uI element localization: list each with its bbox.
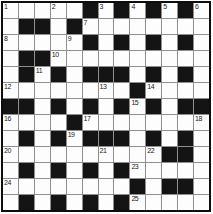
grid-cell[interactable] [130, 19, 145, 34]
black-cell [130, 179, 145, 194]
grid-cell[interactable]: 21 [99, 147, 114, 162]
grid-cell[interactable] [67, 99, 82, 114]
grid-cell[interactable] [162, 195, 177, 210]
grid-cell[interactable]: 22 [146, 147, 161, 162]
black-cell [19, 99, 34, 114]
grid-cell[interactable] [162, 131, 177, 146]
grid-cell[interactable] [114, 179, 129, 194]
grid-cell[interactable] [99, 195, 114, 210]
grid-cell[interactable] [35, 147, 50, 162]
grid-cell[interactable] [99, 35, 114, 50]
clue-number: 22 [147, 147, 154, 155]
grid-cell[interactable]: 1 [3, 3, 18, 18]
black-cell [19, 67, 34, 82]
grid-cell[interactable]: 23 [130, 163, 145, 178]
black-cell [99, 67, 114, 82]
clue-number: 19 [68, 131, 75, 139]
grid-cell[interactable] [35, 179, 50, 194]
clue-number: 14 [147, 83, 154, 91]
black-cell [51, 195, 66, 210]
black-cell [146, 35, 161, 50]
grid-cell[interactable] [114, 83, 129, 98]
clue-number: 23 [131, 163, 138, 171]
black-cell [51, 67, 66, 82]
black-cell [19, 19, 34, 34]
black-cell [114, 131, 129, 146]
grid-cell[interactable] [194, 51, 209, 66]
grid-cell[interactable] [114, 115, 129, 130]
grid-cell[interactable] [178, 51, 193, 66]
grid-cell[interactable] [19, 179, 34, 194]
grid-cell[interactable]: 24 [3, 179, 18, 194]
grid-cell[interactable]: 25 [130, 195, 145, 210]
grid-cell[interactable]: 3 [99, 3, 114, 18]
grid-cell[interactable] [51, 179, 66, 194]
grid-cell[interactable] [194, 67, 209, 82]
black-cell [114, 67, 129, 82]
black-cell [114, 3, 129, 18]
clue-number: 6 [195, 3, 198, 11]
black-cell [51, 131, 66, 146]
black-cell [83, 131, 98, 146]
grid-cell[interactable] [67, 67, 82, 82]
clue-number: 4 [131, 3, 134, 11]
grid-cell[interactable]: 20 [3, 147, 18, 162]
grid-cell[interactable] [146, 51, 161, 66]
grid-cell[interactable]: 12 [3, 83, 18, 98]
grid-cell[interactable] [194, 83, 209, 98]
grid-cell[interactable]: 2 [51, 3, 66, 18]
clue-number: 18 [195, 115, 202, 123]
grid-cell[interactable] [130, 51, 145, 66]
grid-cell[interactable] [3, 195, 18, 210]
black-cell [83, 195, 98, 210]
grid-cell[interactable] [99, 19, 114, 34]
grid-cell[interactable] [83, 83, 98, 98]
grid-cell[interactable] [35, 99, 50, 114]
grid-cell[interactable] [162, 115, 177, 130]
grid-cell[interactable] [67, 195, 82, 210]
grid-cell[interactable] [178, 83, 193, 98]
grid-cell[interactable]: 4 [130, 3, 145, 18]
grid-cell[interactable] [51, 83, 66, 98]
grid-cell[interactable] [130, 115, 145, 130]
black-cell [114, 35, 129, 50]
black-cell [67, 115, 82, 130]
grid-cell[interactable] [19, 147, 34, 162]
black-cell [146, 99, 161, 114]
grid-cell[interactable] [19, 3, 34, 18]
clue-number: 13 [100, 83, 107, 91]
black-cell [83, 3, 98, 18]
grid-cell[interactable] [67, 83, 82, 98]
grid-cell[interactable] [67, 147, 82, 162]
grid-cell[interactable] [3, 163, 18, 178]
black-cell [83, 163, 98, 178]
grid-cell[interactable] [130, 67, 145, 82]
black-cell [99, 131, 114, 146]
grid-cell[interactable]: 13 [99, 83, 114, 98]
grid-cell[interactable] [83, 147, 98, 162]
grid-cell[interactable]: 15 [130, 99, 145, 114]
clue-number: 7 [84, 19, 87, 27]
black-cell [178, 3, 193, 18]
grid-cell[interactable] [194, 19, 209, 34]
grid-cell[interactable] [194, 147, 209, 162]
clue-number: 21 [100, 147, 107, 155]
grid-cell[interactable] [178, 195, 193, 210]
grid-cell[interactable] [162, 51, 177, 66]
grid-cell[interactable] [130, 131, 145, 146]
grid-cell[interactable]: 10 [51, 51, 66, 66]
grid-cell[interactable] [114, 51, 129, 66]
black-cell [162, 179, 177, 194]
grid-cell[interactable] [51, 19, 66, 34]
grid-cell[interactable] [194, 179, 209, 194]
grid-cell[interactable]: 16 [3, 115, 18, 130]
grid-cell[interactable]: 19 [67, 131, 82, 146]
grid-cell[interactable] [35, 35, 50, 50]
grid-cell[interactable] [194, 35, 209, 50]
grid-cell[interactable] [114, 19, 129, 34]
grid-cell[interactable] [114, 147, 129, 162]
grid-cell[interactable] [146, 195, 161, 210]
black-cell [130, 83, 145, 98]
grid-cell[interactable]: 5 [162, 3, 177, 18]
grid-cell[interactable] [35, 3, 50, 18]
grid-cell[interactable] [194, 131, 209, 146]
black-cell [162, 147, 177, 162]
grid-cell[interactable] [178, 115, 193, 130]
black-cell [51, 163, 66, 178]
black-cell [146, 67, 161, 82]
black-cell [178, 179, 193, 194]
black-cell [19, 195, 34, 210]
black-cell [83, 67, 98, 82]
clue-number: 3 [100, 3, 103, 11]
grid-cell[interactable] [35, 131, 50, 146]
clue-number: 2 [52, 3, 55, 11]
grid-cell[interactable] [19, 35, 34, 50]
grid-cell[interactable]: 9 [67, 35, 82, 50]
grid-cell[interactable] [51, 147, 66, 162]
grid-cell[interactable] [83, 51, 98, 66]
clue-number: 11 [36, 67, 42, 75]
grid-cell[interactable] [146, 115, 161, 130]
grid-cell[interactable] [3, 131, 18, 146]
grid-cell[interactable] [51, 35, 66, 50]
grid-cell[interactable] [67, 51, 82, 66]
grid-cell[interactable] [35, 195, 50, 210]
grid-cell[interactable] [99, 51, 114, 66]
grid-cell[interactable] [19, 115, 34, 130]
black-cell [83, 35, 98, 50]
black-cell [19, 163, 34, 178]
grid-cell[interactable] [194, 195, 209, 210]
clue-number: 24 [4, 179, 11, 187]
crossword-page: 1234567891011121314151617181920212223242… [0, 0, 213, 212]
grid-cell[interactable] [146, 163, 161, 178]
grid-cell[interactable] [67, 179, 82, 194]
black-cell [19, 131, 34, 146]
grid-cell[interactable]: 14 [146, 83, 161, 98]
grid-cell[interactable] [19, 83, 34, 98]
grid-cell[interactable]: 7 [83, 19, 98, 34]
grid-cell[interactable] [51, 115, 66, 130]
grid-cell[interactable]: 8 [3, 35, 18, 50]
grid-cell[interactable] [35, 115, 50, 130]
black-cell [178, 67, 193, 82]
clue-number: 20 [4, 147, 11, 155]
grid-cell[interactable]: 18 [194, 115, 209, 130]
grid-cell[interactable] [99, 99, 114, 114]
grid-cell[interactable] [162, 99, 177, 114]
clue-number: 15 [131, 99, 138, 107]
grid-cell[interactable] [99, 115, 114, 130]
black-cell [114, 99, 129, 114]
grid-cell[interactable] [35, 163, 50, 178]
grid-cell[interactable] [3, 67, 18, 82]
clue-number: 8 [4, 35, 7, 43]
grid-cell[interactable] [3, 19, 18, 34]
clue-number: 25 [131, 195, 138, 203]
grid-cell[interactable]: 11 [35, 67, 50, 82]
grid-cell[interactable] [178, 163, 193, 178]
grid-cell[interactable] [67, 163, 82, 178]
grid-cell[interactable]: 17 [83, 115, 98, 130]
grid-cell[interactable] [35, 83, 50, 98]
grid-cell[interactable] [146, 179, 161, 194]
black-cell [67, 19, 82, 34]
black-cell [178, 35, 193, 50]
black-cell [35, 51, 50, 66]
grid-cell[interactable] [146, 19, 161, 34]
black-cell [51, 99, 66, 114]
clue-number: 5 [163, 3, 166, 11]
grid-cell[interactable] [178, 19, 193, 34]
black-cell [178, 99, 193, 114]
grid-cell[interactable] [99, 179, 114, 194]
grid-cell[interactable] [67, 3, 82, 18]
black-cell [146, 3, 161, 18]
black-cell [178, 131, 193, 146]
grid-cell[interactable] [83, 179, 98, 194]
clue-number: 12 [4, 83, 11, 91]
black-cell [35, 19, 50, 34]
clue-number: 16 [4, 115, 11, 123]
clue-number: 9 [68, 35, 71, 43]
black-cell [146, 131, 161, 146]
black-cell [83, 99, 98, 114]
grid-cell[interactable] [162, 83, 177, 98]
grid-cell[interactable] [99, 163, 114, 178]
grid-cell[interactable] [3, 51, 18, 66]
grid-cell[interactable] [162, 67, 177, 82]
black-cell [114, 163, 129, 178]
black-cell [19, 51, 34, 66]
grid-cell[interactable] [162, 35, 177, 50]
grid-cell[interactable]: 6 [194, 3, 209, 18]
clue-number: 17 [84, 115, 91, 123]
black-cell [194, 99, 209, 114]
black-cell [3, 99, 18, 114]
grid-cell[interactable] [194, 163, 209, 178]
grid-cell[interactable] [162, 163, 177, 178]
grid-cell[interactable] [130, 35, 145, 50]
grid-cell[interactable] [162, 19, 177, 34]
clue-number: 1 [4, 3, 7, 11]
grid-cell[interactable] [130, 147, 145, 162]
crossword-grid: 1234567891011121314151617181920212223242… [1, 1, 211, 212]
clue-number: 10 [52, 51, 59, 59]
black-cell [178, 147, 193, 162]
black-cell [114, 195, 129, 210]
